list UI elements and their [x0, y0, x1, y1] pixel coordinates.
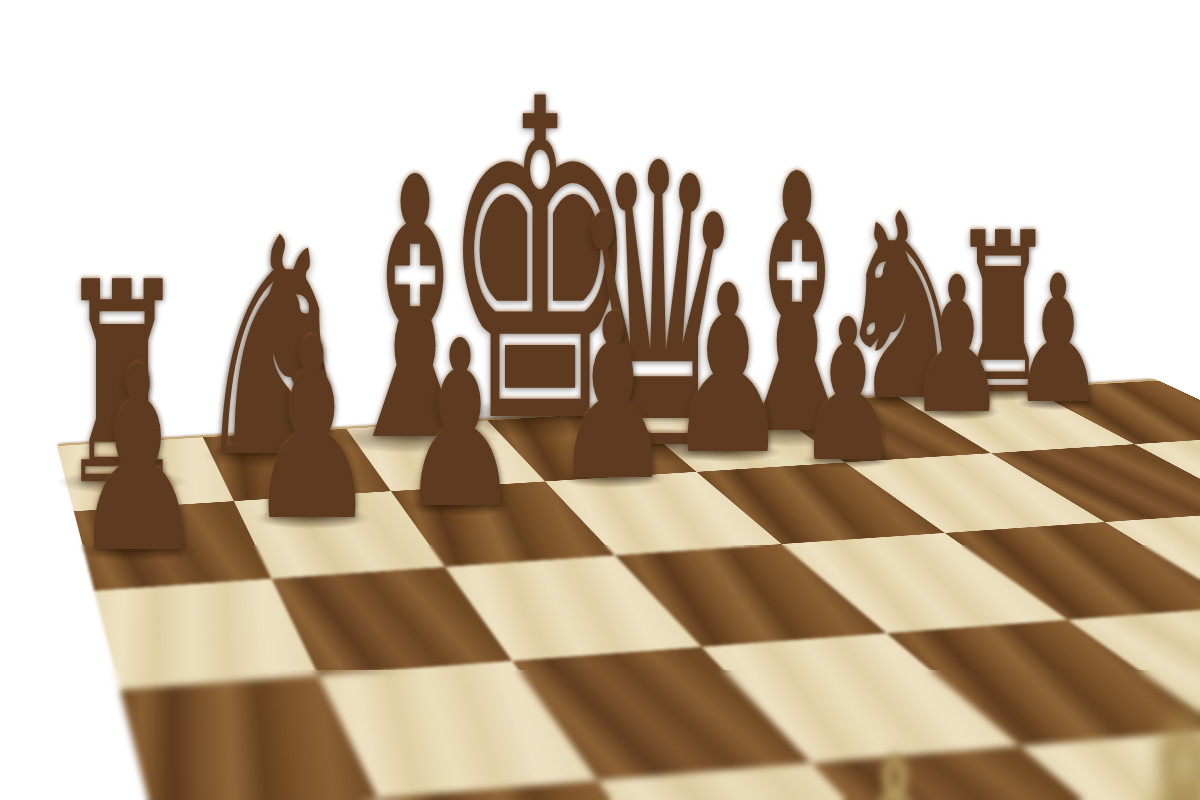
dark-pawn-g7[interactable]: ♟: [908, 252, 1006, 440]
light-piece-out-of-focus-bottom-right[interactable]: ♙: [1039, 654, 1200, 800]
chess-set-photo: ♜ ♞ ♝ ♚ ♛ ♝ ♞ ♜ ♟ ♟ ♟ ♟ ♟ ♟ ♟ ♟ ♙ ♙: [0, 0, 1200, 800]
dark-pawn-h7[interactable]: ♟: [1012, 253, 1104, 429]
dark-pawn-a7[interactable]: ♟: [72, 333, 205, 588]
dark-pawn-f7[interactable]: ♟: [797, 293, 899, 489]
dark-pawn-c7[interactable]: ♟: [400, 311, 520, 541]
dark-pawn-e7[interactable]: ♟: [668, 255, 789, 487]
dark-pawn-d7[interactable]: ♟: [554, 284, 673, 512]
dark-pawn-b7[interactable]: ♟: [247, 306, 377, 556]
light-pawn-out-of-focus-bottom-center[interactable]: ♙: [822, 722, 968, 800]
